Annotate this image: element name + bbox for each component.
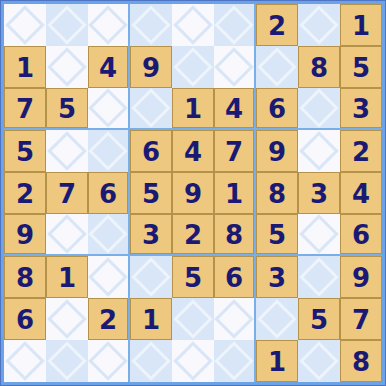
diamond-icon bbox=[131, 88, 171, 128]
diamond-icon bbox=[214, 47, 254, 87]
cell-r9c9: 8 bbox=[340, 340, 382, 382]
cell-r1c5[interactable] bbox=[172, 4, 214, 46]
cell-r4c6: 7 bbox=[214, 130, 256, 172]
diamond-icon bbox=[214, 5, 254, 45]
diamond-icon bbox=[47, 5, 87, 45]
cell-r5c3: 6 bbox=[88, 172, 130, 214]
diamond-icon bbox=[214, 299, 254, 339]
cell-value: 1 bbox=[16, 55, 34, 81]
cell-r7c8[interactable] bbox=[298, 256, 340, 298]
cell-r3c9: 3 bbox=[340, 88, 382, 130]
diamond-icon bbox=[131, 341, 171, 381]
cell-r6c1: 9 bbox=[4, 214, 46, 256]
cell-r6c2[interactable] bbox=[46, 214, 88, 256]
diamond-icon bbox=[299, 131, 339, 171]
cell-value: 5 bbox=[268, 222, 286, 248]
cell-r4c2[interactable] bbox=[46, 130, 88, 172]
cell-value: 9 bbox=[142, 55, 160, 81]
diamond-icon bbox=[173, 5, 213, 45]
cell-r3c6: 4 bbox=[214, 88, 256, 130]
cell-r4c5: 4 bbox=[172, 130, 214, 172]
cell-r5c6: 1 bbox=[214, 172, 256, 214]
cell-value: 4 bbox=[352, 181, 370, 207]
cell-r7c5: 5 bbox=[172, 256, 214, 298]
diamond-icon bbox=[47, 131, 87, 171]
cell-r8c3: 2 bbox=[88, 298, 130, 340]
cell-value: 9 bbox=[16, 222, 34, 248]
diamond-icon bbox=[88, 131, 128, 171]
cell-r9c5[interactable] bbox=[172, 340, 214, 382]
cell-r3c5: 1 bbox=[172, 88, 214, 130]
cell-r7c2: 1 bbox=[46, 256, 88, 298]
cell-r3c4[interactable] bbox=[130, 88, 172, 130]
cell-r8c4: 1 bbox=[130, 298, 172, 340]
diamond-icon bbox=[131, 257, 171, 297]
cell-r5c8: 3 bbox=[298, 172, 340, 214]
cell-r9c1[interactable] bbox=[4, 340, 46, 382]
cell-r7c1: 8 bbox=[4, 256, 46, 298]
cell-value: 8 bbox=[225, 222, 243, 248]
sudoku-inner-border: 2114985751463564792276591834932856815639… bbox=[1, 1, 385, 385]
diamond-icon bbox=[299, 341, 339, 381]
cell-r2c6[interactable] bbox=[214, 46, 256, 88]
cell-r8c5[interactable] bbox=[172, 298, 214, 340]
cell-value: 6 bbox=[268, 96, 286, 122]
cell-r3c8[interactable] bbox=[298, 88, 340, 130]
cell-r7c7: 3 bbox=[256, 256, 298, 298]
cell-r6c4: 3 bbox=[130, 214, 172, 256]
cell-value: 2 bbox=[184, 222, 202, 248]
cell-r6c6: 8 bbox=[214, 214, 256, 256]
cell-value: 1 bbox=[184, 96, 202, 122]
diamond-icon bbox=[299, 88, 339, 128]
cell-r4c3[interactable] bbox=[88, 130, 130, 172]
cell-r6c8[interactable] bbox=[298, 214, 340, 256]
cell-value: 2 bbox=[352, 139, 370, 165]
cell-value: 5 bbox=[16, 139, 34, 165]
cell-value: 8 bbox=[310, 55, 328, 81]
cell-r5c7: 8 bbox=[256, 172, 298, 214]
diamond-icon bbox=[173, 299, 213, 339]
cell-r4c8[interactable] bbox=[298, 130, 340, 172]
cell-value: 4 bbox=[99, 55, 117, 81]
cell-value: 4 bbox=[225, 96, 243, 122]
diamond-icon bbox=[257, 299, 297, 339]
cell-r7c9: 9 bbox=[340, 256, 382, 298]
cell-value: 9 bbox=[184, 181, 202, 207]
cell-value: 1 bbox=[58, 265, 76, 291]
cell-value: 3 bbox=[352, 96, 370, 122]
cell-r9c6[interactable] bbox=[214, 340, 256, 382]
cell-r9c3[interactable] bbox=[88, 340, 130, 382]
diamond-icon bbox=[88, 341, 128, 381]
cell-r8c9: 7 bbox=[340, 298, 382, 340]
cell-r1c1[interactable] bbox=[4, 4, 46, 46]
diamond-icon bbox=[299, 214, 339, 254]
diamond-icon bbox=[299, 257, 339, 297]
cell-value: 7 bbox=[352, 307, 370, 333]
cell-r3c3[interactable] bbox=[88, 88, 130, 130]
diamond-icon bbox=[131, 5, 171, 45]
diamond-icon bbox=[257, 47, 297, 87]
cell-value: 4 bbox=[184, 139, 202, 165]
diamond-icon bbox=[88, 257, 128, 297]
cell-r5c2: 7 bbox=[46, 172, 88, 214]
sudoku-board: 2114985751463564792276591834932856815639… bbox=[4, 4, 382, 382]
cell-r7c6: 6 bbox=[214, 256, 256, 298]
cell-r1c8[interactable] bbox=[298, 4, 340, 46]
cell-r5c5: 9 bbox=[172, 172, 214, 214]
diamond-icon bbox=[173, 47, 213, 87]
cell-r2c1: 1 bbox=[4, 46, 46, 88]
cell-r7c3[interactable] bbox=[88, 256, 130, 298]
cell-r1c9: 1 bbox=[340, 4, 382, 46]
diamond-icon bbox=[299, 5, 339, 45]
cell-value: 7 bbox=[16, 96, 34, 122]
cell-value: 1 bbox=[225, 181, 243, 207]
cell-r8c6[interactable] bbox=[214, 298, 256, 340]
diamond-icon bbox=[88, 214, 128, 254]
cell-r6c9: 6 bbox=[340, 214, 382, 256]
cell-value: 6 bbox=[352, 222, 370, 248]
cell-value: 8 bbox=[352, 349, 370, 375]
cell-value: 8 bbox=[268, 181, 286, 207]
cell-value: 5 bbox=[184, 265, 202, 291]
cell-value: 1 bbox=[142, 307, 160, 333]
cell-r2c7[interactable] bbox=[256, 46, 298, 88]
cell-r5c1: 2 bbox=[4, 172, 46, 214]
cell-value: 2 bbox=[268, 13, 286, 39]
cell-r2c4: 9 bbox=[130, 46, 172, 88]
cell-value: 5 bbox=[310, 307, 328, 333]
diamond-icon bbox=[47, 214, 87, 254]
cell-r3c7: 6 bbox=[256, 88, 298, 130]
cell-value: 6 bbox=[225, 265, 243, 291]
cell-r2c2[interactable] bbox=[46, 46, 88, 88]
cell-value: 8 bbox=[16, 265, 34, 291]
cell-r1c4[interactable] bbox=[130, 4, 172, 46]
sudoku-frame: 2114985751463564792276591834932856815639… bbox=[0, 0, 386, 386]
cell-r6c7: 5 bbox=[256, 214, 298, 256]
cell-value: 1 bbox=[352, 13, 370, 39]
diamond-icon bbox=[47, 47, 87, 87]
cell-r3c1: 7 bbox=[4, 88, 46, 130]
cell-r6c3[interactable] bbox=[88, 214, 130, 256]
cell-value: 1 bbox=[268, 349, 286, 375]
cell-r6c5: 2 bbox=[172, 214, 214, 256]
diamond-icon bbox=[214, 341, 254, 381]
cell-value: 7 bbox=[58, 181, 76, 207]
cell-r7c4[interactable] bbox=[130, 256, 172, 298]
cell-r9c7: 1 bbox=[256, 340, 298, 382]
cell-value: 5 bbox=[142, 181, 160, 207]
cell-r5c4: 5 bbox=[130, 172, 172, 214]
diamond-icon bbox=[5, 341, 45, 381]
cell-r9c8[interactable] bbox=[298, 340, 340, 382]
diamond-icon bbox=[173, 341, 213, 381]
cell-r8c7[interactable] bbox=[256, 298, 298, 340]
diamond-icon bbox=[47, 341, 87, 381]
cell-value: 2 bbox=[16, 181, 34, 207]
cell-value: 5 bbox=[352, 55, 370, 81]
cell-r1c7: 2 bbox=[256, 4, 298, 46]
cell-value: 9 bbox=[268, 139, 286, 165]
cell-value: 6 bbox=[99, 181, 117, 207]
diamond-icon bbox=[88, 5, 128, 45]
cell-r8c1: 6 bbox=[4, 298, 46, 340]
cell-r2c3: 4 bbox=[88, 46, 130, 88]
cell-value: 6 bbox=[16, 307, 34, 333]
diamond-icon bbox=[88, 88, 128, 128]
cell-value: 3 bbox=[310, 181, 328, 207]
cell-value: 3 bbox=[268, 265, 286, 291]
cell-r1c6[interactable] bbox=[214, 4, 256, 46]
cell-value: 6 bbox=[142, 139, 160, 165]
cell-r8c8: 5 bbox=[298, 298, 340, 340]
diamond-icon bbox=[5, 5, 45, 45]
cell-r4c1: 5 bbox=[4, 130, 46, 172]
cell-r9c2[interactable] bbox=[46, 340, 88, 382]
cell-value: 3 bbox=[142, 222, 160, 248]
cell-r3c2: 5 bbox=[46, 88, 88, 130]
cell-value: 2 bbox=[99, 307, 117, 333]
cell-r1c3[interactable] bbox=[88, 4, 130, 46]
cell-r8c2[interactable] bbox=[46, 298, 88, 340]
cell-r2c5[interactable] bbox=[172, 46, 214, 88]
cell-r2c9: 5 bbox=[340, 46, 382, 88]
cell-r4c9: 2 bbox=[340, 130, 382, 172]
cell-r4c4: 6 bbox=[130, 130, 172, 172]
cell-value: 7 bbox=[225, 139, 243, 165]
cell-r5c9: 4 bbox=[340, 172, 382, 214]
diamond-icon bbox=[47, 299, 87, 339]
cell-value: 9 bbox=[352, 265, 370, 291]
cell-r2c8: 8 bbox=[298, 46, 340, 88]
cell-r1c2[interactable] bbox=[46, 4, 88, 46]
cell-r4c7: 9 bbox=[256, 130, 298, 172]
cell-value: 5 bbox=[58, 96, 76, 122]
cell-r9c4[interactable] bbox=[130, 340, 172, 382]
